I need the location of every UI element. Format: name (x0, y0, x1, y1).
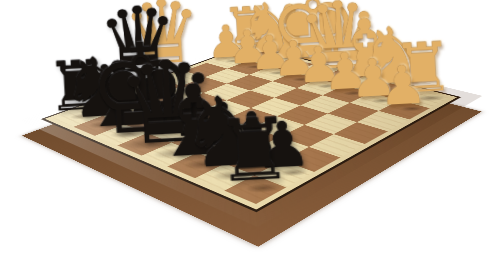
chess-set-product-photo: ♜♞♝♛♚♝♞♜♟♟♟♟♟♟♟♟♟♟♟♟♟♟♟♟♜♞♝♛♚♝♞♜♛♛ (0, 0, 500, 258)
perspective-scene: ♜♞♝♛♚♝♞♜♟♟♟♟♟♟♟♟♟♟♟♟♟♟♟♟♜♞♝♛♚♝♞♜♛♛ (0, 0, 500, 258)
piece-black-rook-a8: ♜ (202, 106, 304, 196)
piece-white-pawn-a2: ♟ (371, 57, 435, 114)
chess-board: ♜♞♝♛♚♝♞♜♟♟♟♟♟♟♟♟♟♟♟♟♟♟♟♟♜♞♝♛♚♝♞♜♛♛ (19, 40, 482, 227)
